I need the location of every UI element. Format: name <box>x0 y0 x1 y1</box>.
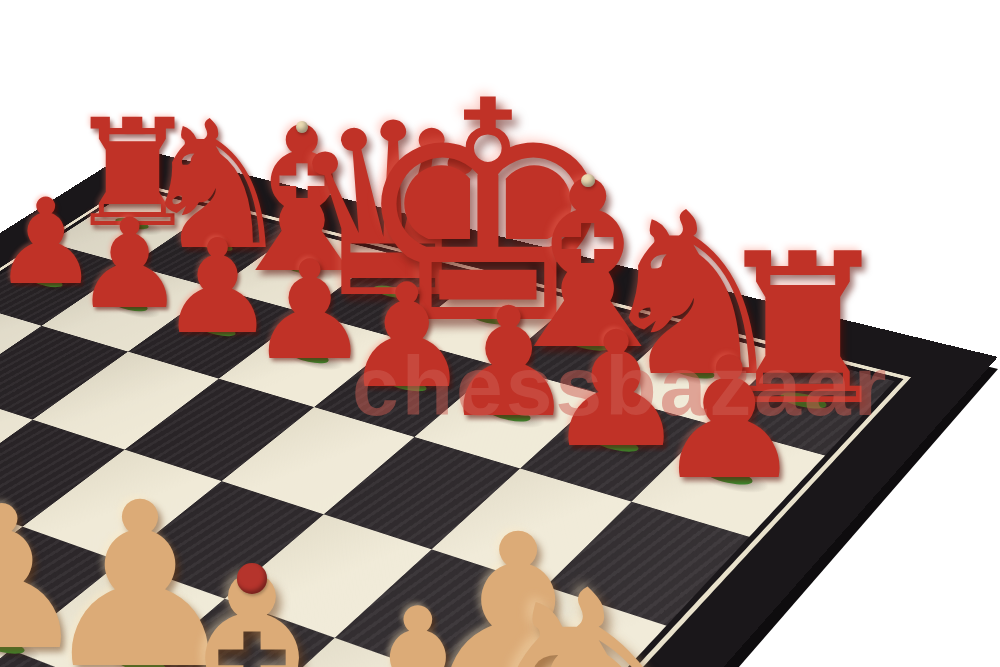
chess-set-photo: ♜♞♝♛♚♝♞♜♟♟♟♟♟♟♟♟♟♟♝♟♟♞ chessbazaar <box>0 0 1000 667</box>
cream-finial-ball <box>296 121 308 133</box>
board-inlay-line <box>0 182 911 667</box>
cream-finial-ball <box>581 174 595 188</box>
red-finial-ball <box>237 563 267 593</box>
board-grid <box>0 188 894 667</box>
board-inner-frame <box>0 185 904 667</box>
